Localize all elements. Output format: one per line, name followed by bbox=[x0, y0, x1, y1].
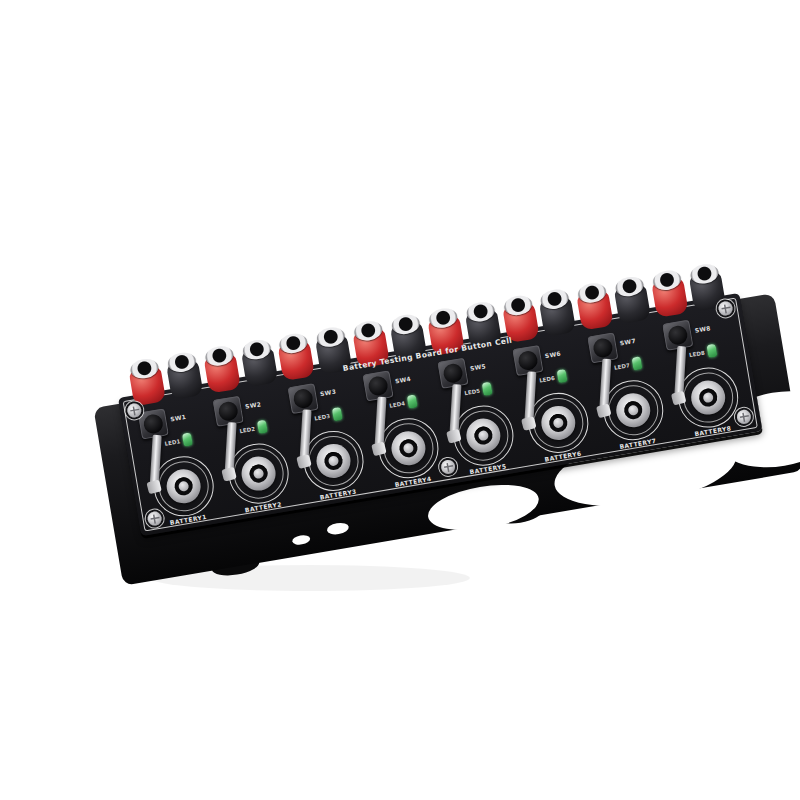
banana-jack-negative-1[interactable] bbox=[163, 350, 205, 403]
led-indicator bbox=[257, 420, 268, 434]
photo-background: Battery Testing Board for Button Cell SW… bbox=[0, 0, 800, 800]
holder-center bbox=[548, 413, 569, 434]
led-indicator bbox=[631, 356, 642, 370]
switch-label: SW1 bbox=[170, 413, 187, 423]
led-indicator bbox=[706, 344, 717, 358]
phillips-screw bbox=[440, 459, 456, 475]
banana-jack-negative-6[interactable] bbox=[537, 287, 579, 340]
banana-jack-negative-7[interactable] bbox=[611, 274, 653, 327]
switch-label: SW5 bbox=[469, 362, 486, 372]
led-indicator bbox=[182, 432, 193, 446]
holder-center bbox=[323, 451, 344, 472]
holder-center bbox=[173, 476, 194, 497]
banana-jack-positive-8[interactable] bbox=[649, 268, 691, 321]
switch-label: SW4 bbox=[394, 375, 411, 385]
banana-jack-negative-2[interactable] bbox=[238, 338, 280, 391]
holder-center bbox=[473, 425, 494, 446]
phillips-screw bbox=[147, 511, 163, 527]
banana-jack-positive-2[interactable] bbox=[201, 344, 243, 397]
holder-center bbox=[398, 438, 419, 459]
banana-jack-positive-1[interactable] bbox=[126, 356, 168, 409]
led-indicator bbox=[557, 369, 568, 383]
switch-label: SW3 bbox=[320, 388, 337, 398]
led-indicator bbox=[482, 382, 493, 396]
banana-jack-positive-7[interactable] bbox=[574, 281, 616, 334]
holder-center bbox=[698, 387, 719, 408]
phillips-screw bbox=[736, 409, 752, 425]
holder-center bbox=[248, 463, 269, 484]
switch-label: SW6 bbox=[544, 350, 561, 360]
phillips-screw bbox=[126, 402, 142, 418]
switch-label: SW7 bbox=[619, 337, 636, 347]
phillips-screw bbox=[718, 300, 734, 316]
switch-label: SW8 bbox=[694, 324, 711, 334]
holder-center bbox=[623, 400, 644, 421]
banana-jack-positive-3[interactable] bbox=[275, 331, 317, 384]
led-indicator bbox=[407, 394, 418, 408]
switch-label: SW2 bbox=[245, 400, 262, 410]
led-indicator bbox=[332, 407, 343, 421]
